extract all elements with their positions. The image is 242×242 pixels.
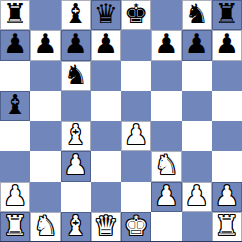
- square-b6[interactable]: [30, 61, 60, 91]
- square-d5[interactable]: [91, 91, 121, 121]
- black-pawn-piece: ♟: [154, 30, 178, 59]
- square-h3[interactable]: [212, 151, 242, 181]
- black-rook-piece: ♜: [3, 0, 27, 29]
- square-h6[interactable]: [212, 61, 242, 91]
- square-b4[interactable]: [30, 121, 60, 151]
- square-f4[interactable]: [151, 121, 181, 151]
- square-h5[interactable]: [212, 91, 242, 121]
- white-king-piece: ♚: [124, 212, 148, 241]
- white-knight-piece: ♞: [154, 151, 178, 180]
- black-knight-piece: ♞: [64, 61, 88, 90]
- square-h4[interactable]: [212, 121, 242, 151]
- square-c3[interactable]: ♟: [61, 151, 91, 181]
- square-h8[interactable]: ♜: [212, 0, 242, 30]
- square-e4[interactable]: ♟: [121, 121, 151, 151]
- square-b3[interactable]: [30, 151, 60, 181]
- black-pawn-piece: ♟: [94, 30, 118, 59]
- square-a8[interactable]: ♜: [0, 0, 30, 30]
- square-b2[interactable]: [30, 182, 60, 212]
- black-bishop-piece: ♝: [64, 0, 88, 29]
- square-f7[interactable]: ♟: [151, 30, 181, 60]
- white-pawn-piece: ♟: [215, 182, 239, 211]
- square-d7[interactable]: ♟: [91, 30, 121, 60]
- square-c4[interactable]: ♝: [61, 121, 91, 151]
- square-d3[interactable]: [91, 151, 121, 181]
- black-pawn-piece: ♟: [185, 30, 209, 59]
- square-b1[interactable]: ♞: [30, 212, 60, 242]
- white-rook-piece: ♜: [215, 212, 239, 241]
- square-f1[interactable]: [151, 212, 181, 242]
- square-e6[interactable]: [121, 61, 151, 91]
- square-f8[interactable]: [151, 0, 181, 30]
- black-rook-piece: ♜: [215, 0, 239, 29]
- white-rook-piece: ♜: [3, 212, 27, 241]
- square-g3[interactable]: [182, 151, 212, 181]
- black-pawn-piece: ♟: [215, 30, 239, 59]
- square-g2[interactable]: ♟: [182, 182, 212, 212]
- white-bishop-piece: ♝: [64, 212, 88, 241]
- black-pawn-piece: ♟: [64, 30, 88, 59]
- square-d2[interactable]: [91, 182, 121, 212]
- square-d8[interactable]: ♛: [91, 0, 121, 30]
- square-f6[interactable]: [151, 61, 181, 91]
- white-pawn-piece: ♟: [64, 151, 88, 180]
- white-bishop-piece: ♝: [64, 121, 88, 150]
- square-c6[interactable]: ♞: [61, 61, 91, 91]
- square-g5[interactable]: [182, 91, 212, 121]
- square-b5[interactable]: [30, 91, 60, 121]
- square-c8[interactable]: ♝: [61, 0, 91, 30]
- square-d6[interactable]: [91, 61, 121, 91]
- black-knight-piece: ♞: [185, 0, 209, 29]
- square-d4[interactable]: [91, 121, 121, 151]
- square-a4[interactable]: [0, 121, 30, 151]
- square-a2[interactable]: ♟: [0, 182, 30, 212]
- square-c1[interactable]: ♝: [61, 212, 91, 242]
- square-c7[interactable]: ♟: [61, 30, 91, 60]
- square-a6[interactable]: [0, 61, 30, 91]
- square-h1[interactable]: ♜: [212, 212, 242, 242]
- square-g7[interactable]: ♟: [182, 30, 212, 60]
- square-g8[interactable]: ♞: [182, 0, 212, 30]
- square-e8[interactable]: ♚: [121, 0, 151, 30]
- square-d1[interactable]: ♛: [91, 212, 121, 242]
- square-e2[interactable]: [121, 182, 151, 212]
- chess-board: ♜♝♛♚♞♜♟♟♟♟♟♟♟♞♝♝♟♟♞♟♟♟♟♜♞♝♛♚♜: [0, 0, 242, 242]
- white-queen-piece: ♛: [94, 212, 118, 241]
- square-g6[interactable]: [182, 61, 212, 91]
- square-g1[interactable]: [182, 212, 212, 242]
- square-b8[interactable]: [30, 0, 60, 30]
- square-b7[interactable]: ♟: [30, 30, 60, 60]
- square-e3[interactable]: [121, 151, 151, 181]
- square-h7[interactable]: ♟: [212, 30, 242, 60]
- square-h2[interactable]: ♟: [212, 182, 242, 212]
- chess-board-window: ♜♝♛♚♞♜♟♟♟♟♟♟♟♞♝♝♟♟♞♟♟♟♟♜♞♝♛♚♜: [0, 0, 242, 242]
- square-a5[interactable]: ♝: [0, 91, 30, 121]
- square-e1[interactable]: ♚: [121, 212, 151, 242]
- black-bishop-piece: ♝: [3, 91, 27, 120]
- white-pawn-piece: ♟: [185, 182, 209, 211]
- square-a1[interactable]: ♜: [0, 212, 30, 242]
- black-queen-piece: ♛: [94, 0, 118, 29]
- white-knight-piece: ♞: [33, 212, 57, 241]
- square-c5[interactable]: [61, 91, 91, 121]
- black-king-piece: ♚: [124, 0, 148, 29]
- square-f2[interactable]: ♟: [151, 182, 181, 212]
- square-g4[interactable]: [182, 121, 212, 151]
- square-a3[interactable]: [0, 151, 30, 181]
- square-e7[interactable]: [121, 30, 151, 60]
- square-f3[interactable]: ♞: [151, 151, 181, 181]
- white-pawn-piece: ♟: [3, 182, 27, 211]
- square-c2[interactable]: [61, 182, 91, 212]
- white-pawn-piece: ♟: [154, 182, 178, 211]
- white-pawn-piece: ♟: [124, 121, 148, 150]
- square-f5[interactable]: [151, 91, 181, 121]
- square-e5[interactable]: [121, 91, 151, 121]
- square-a7[interactable]: ♟: [0, 30, 30, 60]
- black-pawn-piece: ♟: [33, 30, 57, 59]
- black-pawn-piece: ♟: [3, 30, 27, 59]
